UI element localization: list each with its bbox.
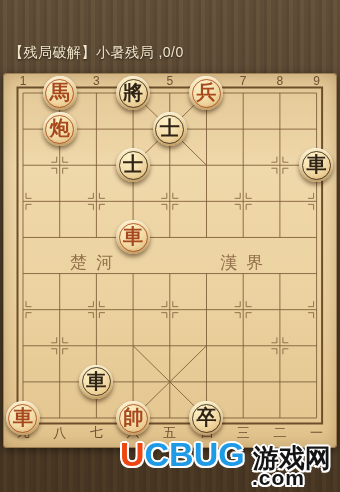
piece-glyph: 卒 (196, 407, 216, 427)
watermark-brand: UCBUG (120, 435, 245, 474)
xiangqi-board[interactable]: 123456789 九八七六五四三二一 楚河 漢界 馬將兵炮士士車車車車帥卒 (3, 73, 337, 448)
piece-glyph: 士 (160, 118, 180, 138)
watermark-tld: .com (252, 466, 305, 490)
page-title: 【残局破解】小暑残局 ,0/0 (9, 44, 184, 62)
piece-red-soldier[interactable]: 兵 (189, 76, 223, 110)
pieces-layer: 馬將兵炮士士車車車車帥卒 (5, 75, 335, 436)
piece-black-advisor-1[interactable]: 士 (153, 112, 187, 146)
app-window: 【残局破解】小暑残局 ,0/0 123456789 九八七六五四三二一 楚河 漢… (0, 0, 340, 492)
piece-red-chariot-1[interactable]: 車 (116, 220, 150, 254)
piece-glyph: 車 (123, 226, 143, 246)
piece-black-general[interactable]: 將 (116, 76, 150, 110)
watermark-brand-rest: CBUG (145, 435, 245, 473)
piece-red-horse[interactable]: 馬 (43, 76, 77, 110)
piece-glyph: 車 (13, 407, 33, 427)
piece-glyph: 車 (86, 371, 106, 391)
piece-black-soldier[interactable]: 卒 (189, 401, 223, 435)
piece-glyph: 將 (123, 82, 143, 102)
piece-red-chariot-2[interactable]: 車 (6, 401, 40, 435)
piece-black-chariot-1[interactable]: 車 (299, 148, 333, 182)
piece-glyph: 炮 (50, 118, 70, 138)
piece-glyph: 士 (123, 154, 143, 174)
watermark-brand-u: U (120, 435, 145, 473)
piece-black-advisor-2[interactable]: 士 (116, 148, 150, 182)
piece-red-cannon[interactable]: 炮 (43, 112, 77, 146)
piece-glyph: 馬 (50, 82, 70, 102)
piece-glyph: 車 (306, 154, 326, 174)
piece-glyph: 帥 (123, 407, 143, 427)
piece-glyph: 兵 (196, 82, 216, 102)
piece-black-chariot-2[interactable]: 車 (79, 365, 113, 399)
piece-red-general[interactable]: 帥 (116, 401, 150, 435)
